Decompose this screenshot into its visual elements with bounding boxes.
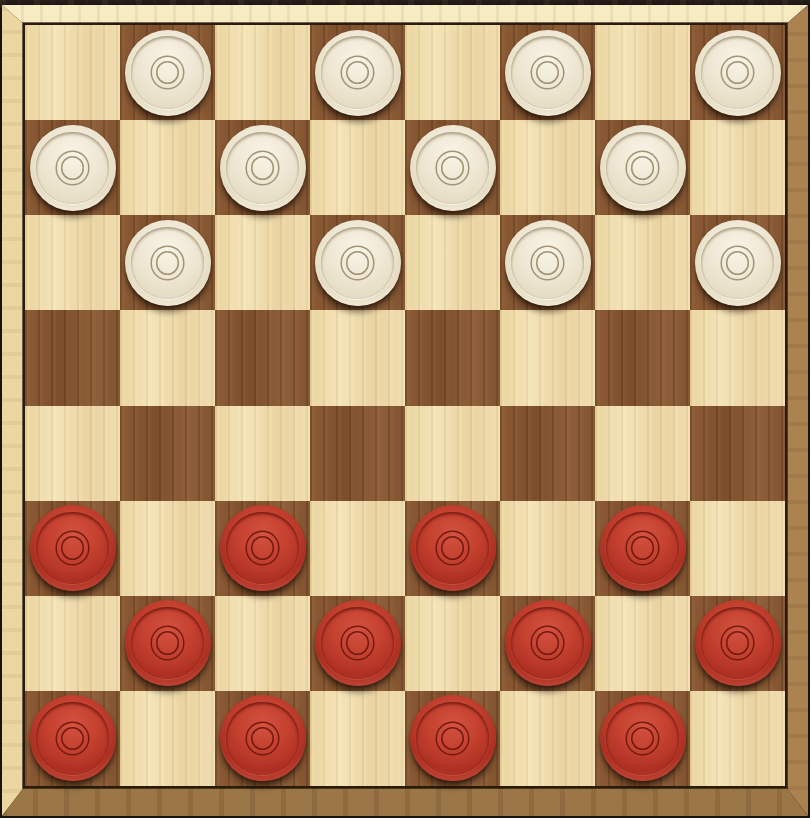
red-man[interactable] [30, 695, 116, 781]
square-a8[interactable] [25, 25, 120, 120]
square-d7[interactable] [310, 120, 405, 215]
square-h7[interactable] [690, 120, 785, 215]
square-b7[interactable] [120, 120, 215, 215]
white-man[interactable] [125, 220, 211, 306]
square-b1[interactable] [120, 691, 215, 786]
square-c3[interactable] [215, 501, 310, 596]
red-man[interactable] [505, 600, 591, 686]
square-f5[interactable] [500, 310, 595, 405]
square-e1[interactable] [405, 691, 500, 786]
square-g2[interactable] [595, 596, 690, 691]
square-g7[interactable] [595, 120, 690, 215]
square-h2[interactable] [690, 596, 785, 691]
square-d4[interactable] [310, 406, 405, 501]
red-man[interactable] [695, 600, 781, 686]
square-g1[interactable] [595, 691, 690, 786]
square-a4[interactable] [25, 406, 120, 501]
square-h4[interactable] [690, 406, 785, 501]
square-e3[interactable] [405, 501, 500, 596]
white-man[interactable] [505, 220, 591, 306]
square-e2[interactable] [405, 596, 500, 691]
square-c5[interactable] [215, 310, 310, 405]
checkers-app [0, 0, 810, 818]
square-c1[interactable] [215, 691, 310, 786]
square-d8[interactable] [310, 25, 405, 120]
square-d6[interactable] [310, 215, 405, 310]
white-man[interactable] [695, 30, 781, 116]
square-a2[interactable] [25, 596, 120, 691]
square-g8[interactable] [595, 25, 690, 120]
square-d3[interactable] [310, 501, 405, 596]
red-man[interactable] [30, 505, 116, 591]
square-d5[interactable] [310, 310, 405, 405]
white-man[interactable] [600, 125, 686, 211]
red-man[interactable] [220, 695, 306, 781]
square-c7[interactable] [215, 120, 310, 215]
square-b8[interactable] [120, 25, 215, 120]
square-h6[interactable] [690, 215, 785, 310]
square-f8[interactable] [500, 25, 595, 120]
white-man[interactable] [315, 220, 401, 306]
white-man[interactable] [125, 30, 211, 116]
square-b2[interactable] [120, 596, 215, 691]
white-man[interactable] [220, 125, 306, 211]
square-c4[interactable] [215, 406, 310, 501]
red-man[interactable] [600, 695, 686, 781]
square-b6[interactable] [120, 215, 215, 310]
square-e8[interactable] [405, 25, 500, 120]
red-man[interactable] [220, 505, 306, 591]
red-man[interactable] [125, 600, 211, 686]
square-b4[interactable] [120, 406, 215, 501]
white-man[interactable] [315, 30, 401, 116]
square-a5[interactable] [25, 310, 120, 405]
square-d2[interactable] [310, 596, 405, 691]
square-b5[interactable] [120, 310, 215, 405]
square-a6[interactable] [25, 215, 120, 310]
square-c2[interactable] [215, 596, 310, 691]
square-f3[interactable] [500, 501, 595, 596]
square-c6[interactable] [215, 215, 310, 310]
checkers-board [25, 25, 785, 786]
square-h1[interactable] [690, 691, 785, 786]
square-f6[interactable] [500, 215, 595, 310]
square-c8[interactable] [215, 25, 310, 120]
square-f2[interactable] [500, 596, 595, 691]
square-d1[interactable] [310, 691, 405, 786]
square-h5[interactable] [690, 310, 785, 405]
white-man[interactable] [410, 125, 496, 211]
square-g4[interactable] [595, 406, 690, 501]
square-f7[interactable] [500, 120, 595, 215]
square-e4[interactable] [405, 406, 500, 501]
square-e6[interactable] [405, 215, 500, 310]
red-man[interactable] [600, 505, 686, 591]
square-f1[interactable] [500, 691, 595, 786]
square-h8[interactable] [690, 25, 785, 120]
square-g3[interactable] [595, 501, 690, 596]
red-man[interactable] [410, 505, 496, 591]
square-a7[interactable] [25, 120, 120, 215]
square-g5[interactable] [595, 310, 690, 405]
square-a3[interactable] [25, 501, 120, 596]
square-e7[interactable] [405, 120, 500, 215]
square-b3[interactable] [120, 501, 215, 596]
white-man[interactable] [505, 30, 591, 116]
white-man[interactable] [695, 220, 781, 306]
square-g6[interactable] [595, 215, 690, 310]
square-e5[interactable] [405, 310, 500, 405]
square-f4[interactable] [500, 406, 595, 501]
red-man[interactable] [315, 600, 401, 686]
square-a1[interactable] [25, 691, 120, 786]
white-man[interactable] [30, 125, 116, 211]
square-h3[interactable] [690, 501, 785, 596]
red-man[interactable] [410, 695, 496, 781]
